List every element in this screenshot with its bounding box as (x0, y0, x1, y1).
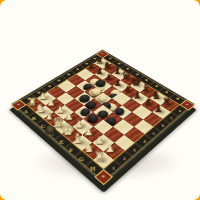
checker-black[interactable] (78, 93, 91, 102)
diamond-ornament-icon: ◆ (47, 85, 51, 88)
diamond-ornament-icon: ◆ (165, 91, 169, 94)
diamond-ornament-icon: ◆ (67, 73, 70, 76)
black-pawn-g7[interactable]: ♟ (144, 99, 152, 108)
rank-label-text: 8 (178, 109, 181, 113)
file-label-text: F (70, 147, 75, 152)
black-knight-b8[interactable]: ♞ (104, 61, 113, 71)
black-pawn-h7[interactable]: ♟ (154, 105, 162, 114)
diamond-ornament-icon: ◆ (154, 85, 158, 88)
black-knight-g8[interactable]: ♞ (151, 90, 161, 101)
white-pawn-h2[interactable]: ♟ (106, 144, 115, 154)
black-pawn-e7[interactable]: ♟ (123, 86, 131, 95)
white-pawn-b2[interactable]: ♟ (47, 99, 55, 108)
file-label-text: B (32, 116, 37, 121)
black-pawn-d7[interactable]: ♟ (114, 80, 122, 89)
white-pawn-d2[interactable]: ♟ (65, 112, 73, 121)
white-pawn-a2[interactable]: ♟ (39, 92, 47, 101)
black-pawn-b7[interactable]: ♟ (96, 68, 103, 76)
white-pawn-e2[interactable]: ♟ (74, 120, 83, 130)
scene: ✦◆◆◆◆◆◆◆◆✦◆♜♞♝♛♚♝♞♜8◆♟♟♟♟♟♟♟♟7◆6◆5◆4◆3◆♟… (0, 0, 200, 200)
black-rook-h8[interactable]: ♜ (162, 97, 171, 107)
file-label-text: A (23, 109, 28, 113)
file-label-text: C (41, 123, 46, 128)
white-pawn-g2[interactable]: ♟ (95, 136, 104, 146)
rank-label-text: 4 (143, 140, 146, 144)
corner-ornament-icon: ✦ (16, 103, 21, 107)
product-photo: ✦◆◆◆◆◆◆◆◆✦◆♜♞♝♛♚♝♞♜8◆♟♟♟♟♟♟♟♟7◆6◆5◆4◆3◆♟… (0, 0, 200, 200)
board-frame: ✦◆◆◆◆◆◆◆◆✦◆♜♞♝♛♚♝♞♜8◆♟♟♟♟♟♟♟♟7◆6◆5◆4◆3◆♟… (11, 49, 195, 183)
diamond-ornament-icon: ◆ (175, 97, 179, 100)
rank-label-text: 3 (133, 148, 136, 153)
black-rook-a8[interactable]: ♜ (95, 56, 103, 65)
file-label-text: H (90, 165, 96, 171)
diamond-ornament-icon: ◆ (57, 79, 61, 82)
white-pawn-f2[interactable]: ♟ (84, 128, 93, 138)
corner-ornament-icon: ✦ (101, 175, 106, 180)
file-label-text: G (79, 156, 85, 162)
white-pawn-c2[interactable]: ♟ (56, 105, 64, 114)
rank-label-text: 7 (170, 117, 173, 121)
white-knight-g1[interactable]: ♞ (83, 142, 94, 155)
black-bishop-f8[interactable]: ♝ (141, 83, 151, 94)
diamond-ornament-icon: ◆ (76, 68, 79, 71)
white-bishop-f1[interactable]: ♝ (72, 133, 84, 146)
rank-label-text: 5 (152, 132, 155, 136)
black-pawn-c7[interactable]: ♟ (105, 74, 113, 82)
rank-label-text: 2 (123, 157, 126, 162)
checker-black[interactable] (79, 107, 93, 117)
chess-board: ✦◆◆◆◆◆◆◆◆✦◆♜♞♝♛♚♝♞♜8◆♟♟♟♟♟♟♟♟7◆6◆5◆4◆3◆♟… (11, 49, 195, 183)
rank-label-text: 1 (112, 166, 115, 171)
file-label-text: E (59, 139, 64, 144)
rank-label-text: 6 (162, 124, 165, 128)
white-rook-h1[interactable]: ♜ (94, 152, 105, 164)
black-pawn-a7[interactable]: ♟ (87, 63, 94, 71)
checker-black[interactable] (85, 100, 98, 109)
corner-ornament-icon: ✦ (185, 103, 190, 107)
black-pawn-f7[interactable]: ♟ (133, 92, 141, 101)
